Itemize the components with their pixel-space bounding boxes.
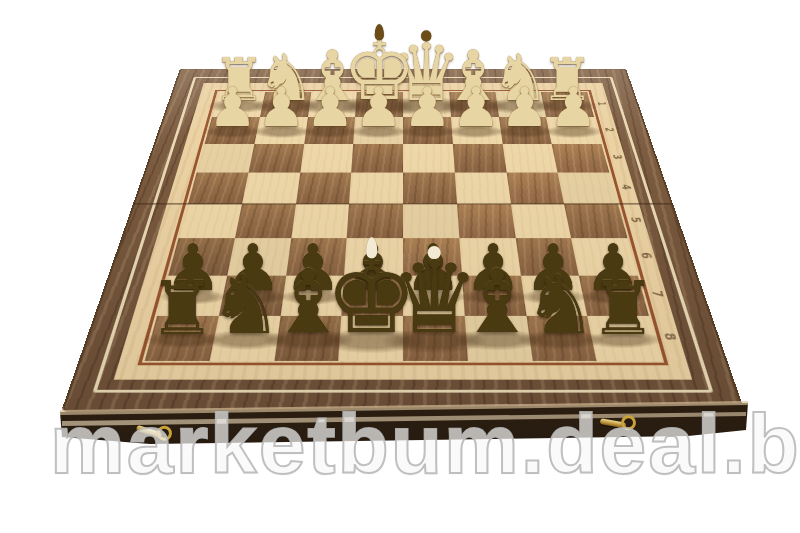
square-b5 [511,204,572,238]
square-h4 [188,173,248,204]
square-b1 [495,92,546,117]
square-c4 [455,173,511,204]
square-f5 [291,204,349,238]
square-g3 [248,144,304,173]
square-a6 [571,238,637,275]
square-g1 [260,92,311,117]
square-f2 [304,117,355,144]
square-b2 [498,117,551,144]
square-b6 [515,238,579,275]
square-c6 [459,238,520,275]
square-g5 [235,204,296,238]
square-a4 [558,173,618,204]
square-h3 [197,144,255,173]
square-h8 [145,316,219,361]
watermark-text: marketbum.deal.by [50,396,800,493]
square-g8 [209,316,280,361]
square-g7 [219,275,286,316]
square-e3 [351,144,403,173]
square-g2 [254,117,307,144]
chess-board-plane: 12345678 [61,69,745,412]
square-d2 [403,117,453,144]
square-e6 [344,238,403,275]
square-h5 [179,204,242,238]
square-a5 [564,204,627,238]
square-c3 [453,144,507,173]
square-c2 [451,117,502,144]
square-g6 [227,238,291,275]
square-d7 [403,275,464,316]
square-d3 [403,144,455,173]
square-a1 [541,92,594,117]
square-h7 [157,275,227,316]
square-a2 [546,117,601,144]
square-a8 [587,316,661,361]
square-a7 [579,275,649,316]
square-e7 [342,275,403,316]
square-h2 [205,117,260,144]
fold-seam [133,203,673,205]
finial-dark-ball-icon [421,31,431,41]
square-b8 [526,316,597,361]
square-f8 [274,316,342,361]
square-c8 [464,316,532,361]
square-e5 [347,204,403,238]
finial-dark-drop-icon [375,24,384,40]
square-e1 [355,92,403,117]
square-f4 [296,173,352,204]
square-f3 [300,144,354,173]
square-c7 [462,275,526,316]
playing-squares-grid [145,92,662,361]
square-b3 [502,144,558,173]
square-d1 [403,92,451,117]
square-h1 [212,92,265,117]
square-c5 [457,204,515,238]
square-d5 [403,204,459,238]
chess-board-photo: 12345678 ♜♞♝♛♚♝♞♜♟♟♟♟♟♟♟♟♟♟♟♟♟♟♟♟♜♞♝♛♚♝♞… [0,0,800,533]
square-f6 [286,238,347,275]
square-h6 [168,238,234,275]
square-e4 [349,173,403,204]
square-a3 [552,144,610,173]
square-g4 [242,173,300,204]
square-f7 [280,275,344,316]
square-b4 [506,173,564,204]
square-f1 [308,92,357,117]
square-c1 [449,92,498,117]
square-e8 [338,316,403,361]
square-d8 [403,316,468,361]
square-b7 [520,275,587,316]
square-d6 [403,238,462,275]
square-e2 [353,117,403,144]
square-d4 [403,173,457,204]
